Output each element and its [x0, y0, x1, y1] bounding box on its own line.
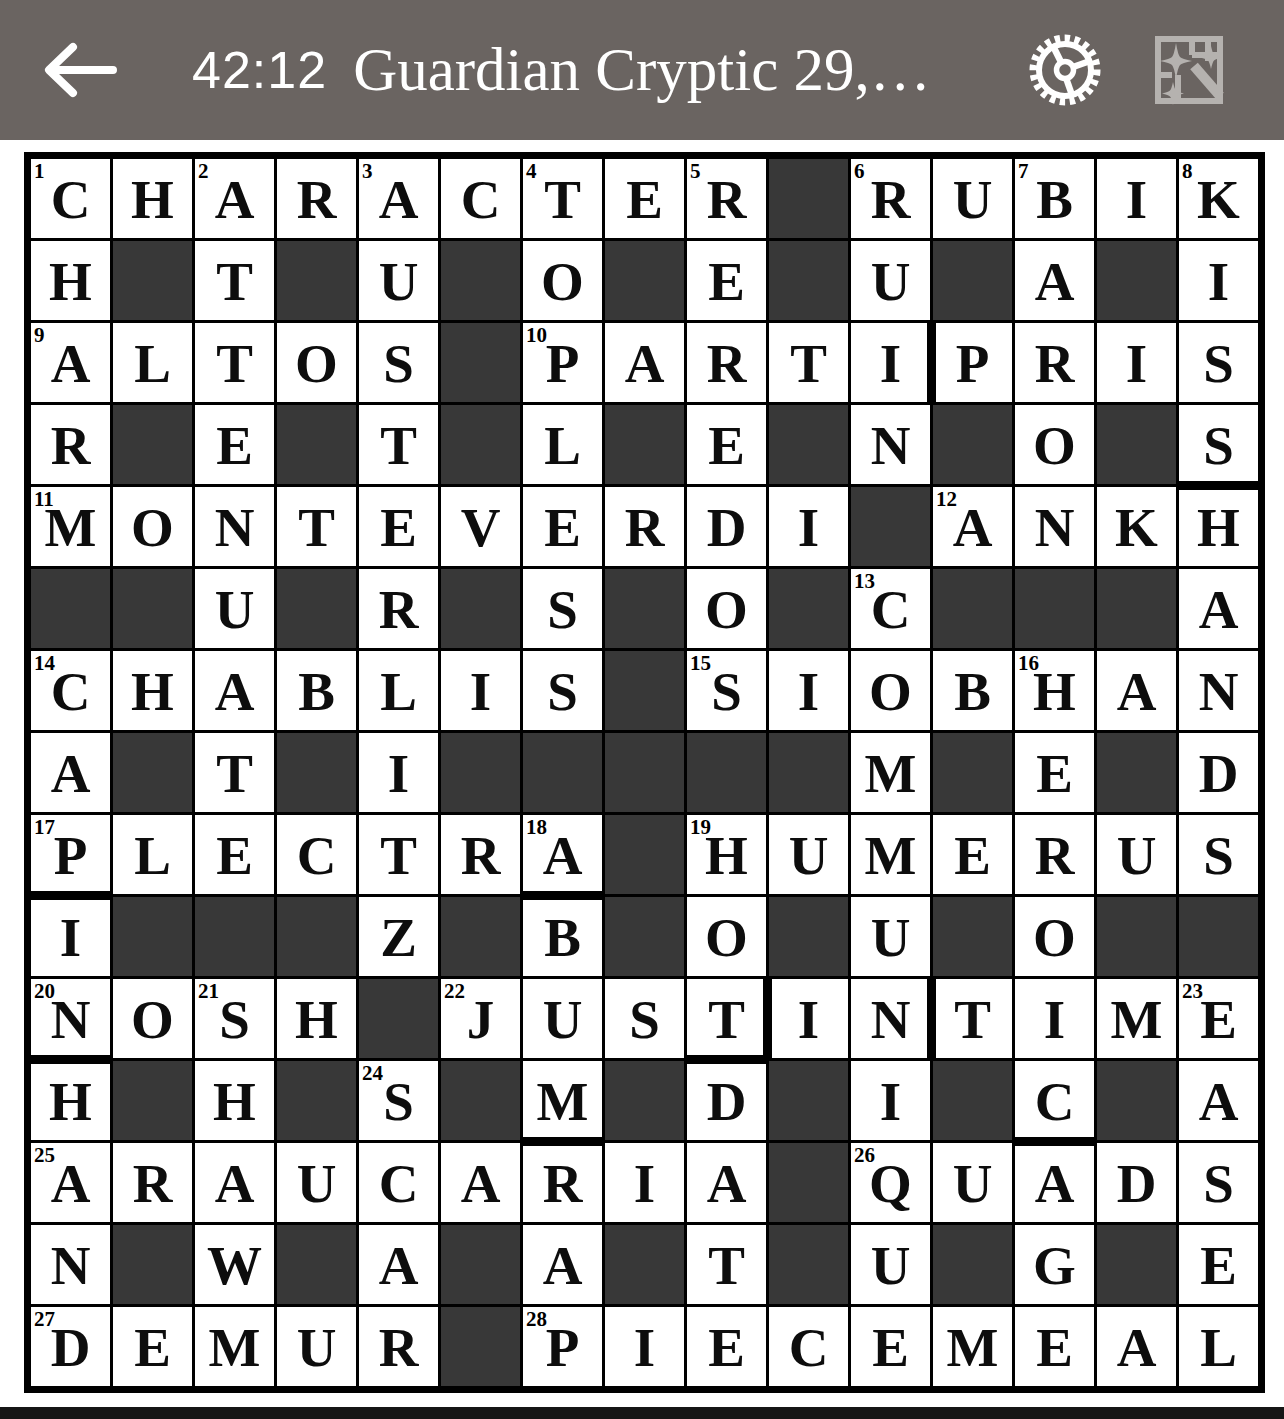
cell-r3c11[interactable]: I	[851, 323, 930, 402]
cell-r4c3[interactable]: E	[195, 405, 274, 484]
cell-r10c1[interactable]: I	[31, 897, 110, 976]
cell-r14c15[interactable]: E	[1179, 1225, 1258, 1304]
cell-r13c8[interactable]: I	[605, 1143, 684, 1222]
cell-letter: M	[865, 746, 917, 801]
cell-r13c7[interactable]: R	[523, 1143, 602, 1222]
cell-letter: A	[1035, 254, 1075, 309]
cell-letter: E	[544, 500, 581, 555]
back-arrow-icon	[41, 40, 119, 100]
cell-r7c10[interactable]: I	[769, 651, 848, 730]
block-r12c4	[277, 1061, 356, 1140]
back-button[interactable]	[40, 38, 120, 102]
cell-letter: O	[295, 336, 338, 391]
block-r8c10	[769, 733, 848, 812]
cell-r7c7[interactable]: S	[523, 651, 602, 730]
cell-r14c7[interactable]: A	[523, 1225, 602, 1304]
cell-letter: I	[798, 992, 819, 1047]
cell-r9c9[interactable]: 19H	[687, 815, 766, 894]
cell-r3c1[interactable]: 9A	[31, 323, 110, 402]
block-r15c6	[441, 1307, 520, 1386]
cell-r14c1[interactable]: N	[31, 1225, 110, 1304]
cell-r9c3[interactable]: E	[195, 815, 274, 894]
cell-r11c7[interactable]: U	[523, 979, 602, 1058]
block-r8c6	[441, 733, 520, 812]
clue-number: 7	[1018, 161, 1029, 182]
cell-letter: A	[1117, 664, 1157, 719]
block-r10c12	[933, 897, 1012, 976]
cell-r3c14[interactable]: I	[1097, 323, 1176, 402]
cell-r12c15[interactable]: A	[1179, 1061, 1258, 1140]
clue-number: 20	[34, 981, 55, 1002]
cell-r12c3[interactable]: H	[195, 1061, 274, 1140]
cell-letter: M	[947, 1320, 999, 1375]
cell-r5c6[interactable]: V	[441, 487, 520, 566]
cell-r6c7[interactable]: S	[523, 569, 602, 648]
cell-r12c7[interactable]: M	[523, 1061, 602, 1140]
cell-r4c9[interactable]: E	[687, 405, 766, 484]
cell-r14c5[interactable]: A	[359, 1225, 438, 1304]
cell-letter: R	[707, 172, 747, 227]
cell-r7c3[interactable]: A	[195, 651, 274, 730]
cell-letter: I	[1126, 172, 1147, 227]
cell-r15c5[interactable]: R	[359, 1307, 438, 1386]
block-r14c12	[933, 1225, 1012, 1304]
cell-r7c11[interactable]: O	[851, 651, 930, 730]
cell-letter: P	[546, 336, 580, 391]
cell-r3c2[interactable]: L	[113, 323, 192, 402]
cell-r13c12[interactable]: U	[933, 1143, 1012, 1222]
cell-r3c7[interactable]: 10P	[523, 323, 602, 402]
cell-r15c13[interactable]: E	[1015, 1307, 1094, 1386]
clue-number: 6	[854, 161, 865, 182]
cell-r13c1[interactable]: 25A	[31, 1143, 110, 1222]
clue-number: 27	[34, 1309, 55, 1330]
cell-r1c11[interactable]: 6R	[851, 159, 930, 238]
cell-r5c9[interactable]: D	[687, 487, 766, 566]
cell-r1c9[interactable]: 5R	[687, 159, 766, 238]
cell-r9c14[interactable]: U	[1097, 815, 1176, 894]
block-r14c4	[277, 1225, 356, 1304]
block-r2c2	[113, 241, 192, 320]
cell-r12c13[interactable]: C	[1015, 1061, 1094, 1140]
cell-r1c6[interactable]: C	[441, 159, 520, 238]
block-r6c6	[441, 569, 520, 648]
cell-r11c10[interactable]: I	[769, 979, 848, 1058]
magic-fill-grid-icon	[1152, 33, 1226, 107]
cell-r1c14[interactable]: I	[1097, 159, 1176, 238]
cell-letter: S	[547, 664, 578, 719]
cell-letter: I	[880, 1074, 901, 1129]
cell-r1c15[interactable]: 8K	[1179, 159, 1258, 238]
cell-r3c13[interactable]: R	[1015, 323, 1094, 402]
cell-r5c3[interactable]: N	[195, 487, 274, 566]
cell-letter: A	[51, 1156, 91, 1211]
cell-r15c8[interactable]: I	[605, 1307, 684, 1386]
cell-letter: O	[1033, 910, 1076, 965]
cell-letter: C	[461, 172, 501, 227]
cell-letter: I	[388, 746, 409, 801]
cell-letter: D	[1199, 746, 1239, 801]
cell-r14c13[interactable]: G	[1015, 1225, 1094, 1304]
cell-r13c4[interactable]: U	[277, 1143, 356, 1222]
cell-r12c11[interactable]: I	[851, 1061, 930, 1140]
cell-r4c13[interactable]: O	[1015, 405, 1094, 484]
cell-letter: A	[1035, 1156, 1075, 1211]
cell-r11c14[interactable]: M	[1097, 979, 1176, 1058]
cell-r7c1[interactable]: 14C	[31, 651, 110, 730]
cell-r10c7[interactable]: B	[523, 897, 602, 976]
clue-number: 10	[526, 325, 547, 346]
cell-r9c2[interactable]: L	[113, 815, 192, 894]
cell-letter: B	[298, 664, 335, 719]
cell-r14c3[interactable]: W	[195, 1225, 274, 1304]
block-r6c14	[1097, 569, 1176, 648]
cell-letter: A	[1199, 582, 1239, 637]
cell-r13c14[interactable]: D	[1097, 1143, 1176, 1222]
cell-letter: I	[470, 664, 491, 719]
cell-r6c11[interactable]: 13C	[851, 569, 930, 648]
cell-r2c1[interactable]: H	[31, 241, 110, 320]
cell-r15c10[interactable]: C	[769, 1307, 848, 1386]
cell-r3c12[interactable]: P	[933, 323, 1012, 402]
cell-r13c9[interactable]: A	[687, 1143, 766, 1222]
clue-number: 12	[936, 489, 957, 510]
cell-r3c4[interactable]: O	[277, 323, 356, 402]
block-r8c12	[933, 733, 1012, 812]
block-r8c2	[113, 733, 192, 812]
cell-r5c4[interactable]: T	[277, 487, 356, 566]
cell-letter: C	[51, 664, 91, 719]
cell-r14c11[interactable]: U	[851, 1225, 930, 1304]
cell-letter: N	[1035, 500, 1075, 555]
cell-letter: L	[134, 828, 171, 883]
cell-r9c11[interactable]: M	[851, 815, 930, 894]
app-header: 42:12 Guardian Cryptic 29,…	[0, 0, 1284, 140]
cell-r11c12[interactable]: T	[933, 979, 1012, 1058]
cell-r6c9[interactable]: O	[687, 569, 766, 648]
cell-letter: N	[871, 992, 911, 1047]
cell-r13c11[interactable]: 26Q	[851, 1143, 930, 1222]
cell-r9c12[interactable]: E	[933, 815, 1012, 894]
block-r4c10	[769, 405, 848, 484]
cell-letter: C	[871, 582, 911, 637]
cell-r4c1[interactable]: R	[31, 405, 110, 484]
clue-number: 3	[362, 161, 373, 182]
cell-r4c5[interactable]: T	[359, 405, 438, 484]
cell-letter: M	[209, 1320, 261, 1375]
cell-r2c5[interactable]: U	[359, 241, 438, 320]
cell-r11c4[interactable]: H	[277, 979, 356, 1058]
cell-r7c5[interactable]: L	[359, 651, 438, 730]
cell-r15c4[interactable]: U	[277, 1307, 356, 1386]
cell-letter: E	[708, 418, 745, 473]
cell-r2c11[interactable]: U	[851, 241, 930, 320]
magic-fill-button[interactable]	[1150, 31, 1228, 109]
cell-letter: I	[798, 500, 819, 555]
cell-letter: I	[1208, 254, 1229, 309]
cell-r4c15[interactable]: S	[1179, 405, 1258, 484]
block-r8c14	[1097, 733, 1176, 812]
cell-letter: U	[297, 1156, 337, 1211]
cell-r4c7[interactable]: L	[523, 405, 602, 484]
cell-r8c5[interactable]: I	[359, 733, 438, 812]
cell-r3c5[interactable]: S	[359, 323, 438, 402]
cell-r9c10[interactable]: U	[769, 815, 848, 894]
cell-r6c15[interactable]: A	[1179, 569, 1258, 648]
clue-number: 4	[526, 161, 537, 182]
cell-letter: A	[707, 1156, 747, 1211]
cell-r13c15[interactable]: S	[1179, 1143, 1258, 1222]
cell-letter: R	[543, 1156, 583, 1211]
cell-r14c9[interactable]: T	[687, 1225, 766, 1304]
cell-letter: T	[216, 746, 253, 801]
cell-letter: T	[790, 336, 827, 391]
cell-r11c11[interactable]: N	[851, 979, 930, 1058]
cell-r10c13[interactable]: O	[1015, 897, 1094, 976]
cell-letter: U	[297, 1320, 337, 1375]
cell-r15c3[interactable]: M	[195, 1307, 274, 1386]
cell-r1c12[interactable]: U	[933, 159, 1012, 238]
cell-r8c1[interactable]: A	[31, 733, 110, 812]
cell-letter: T	[544, 172, 581, 227]
cell-r15c9[interactable]: E	[687, 1307, 766, 1386]
cell-r13c3[interactable]: A	[195, 1143, 274, 1222]
block-r14c10	[769, 1225, 848, 1304]
cell-letter: D	[707, 500, 747, 555]
cell-letter: R	[51, 418, 91, 473]
cell-r13c6[interactable]: A	[441, 1143, 520, 1222]
cell-letter: R	[297, 172, 337, 227]
cell-r7c13[interactable]: 16H	[1015, 651, 1094, 730]
cell-letter: D	[51, 1320, 91, 1375]
cell-r12c9[interactable]: D	[687, 1061, 766, 1140]
cell-r2c9[interactable]: E	[687, 241, 766, 320]
cell-letter: L	[544, 418, 581, 473]
cell-r5c1[interactable]: 11M	[31, 487, 110, 566]
cell-r13c5[interactable]: C	[359, 1143, 438, 1222]
cell-letter: S	[1203, 1156, 1234, 1211]
cell-letter: M	[865, 828, 917, 883]
cell-r11c3[interactable]: 21S	[195, 979, 274, 1058]
cell-r2c3[interactable]: T	[195, 241, 274, 320]
cell-r5c10[interactable]: I	[769, 487, 848, 566]
block-r13c10	[769, 1143, 848, 1222]
cell-r15c7[interactable]: 28P	[523, 1307, 602, 1386]
cell-r1c5[interactable]: 3A	[359, 159, 438, 238]
block-r2c10	[769, 241, 848, 320]
cell-letter: L	[380, 664, 417, 719]
cell-r8c11[interactable]: M	[851, 733, 930, 812]
cell-r2c13[interactable]: A	[1015, 241, 1094, 320]
cell-r11c2[interactable]: O	[113, 979, 192, 1058]
cell-r7c2[interactable]: H	[113, 651, 192, 730]
cell-letter: U	[871, 254, 911, 309]
cell-r1c8[interactable]: E	[605, 159, 684, 238]
block-r4c8	[605, 405, 684, 484]
cell-r15c12[interactable]: M	[933, 1307, 1012, 1386]
cell-r6c5[interactable]: R	[359, 569, 438, 648]
block-r8c4	[277, 733, 356, 812]
block-r6c10	[769, 569, 848, 648]
cell-r1c4[interactable]: R	[277, 159, 356, 238]
cell-letter: O	[541, 254, 584, 309]
cell-r9c4[interactable]: C	[277, 815, 356, 894]
cell-r9c7[interactable]: 18A	[523, 815, 602, 894]
cell-letter: I	[634, 1156, 655, 1211]
cell-letter: T	[380, 418, 417, 473]
cell-r10c11[interactable]: U	[851, 897, 930, 976]
cell-letter: W	[207, 1238, 262, 1293]
cell-r1c3[interactable]: 2A	[195, 159, 274, 238]
cell-r1c13[interactable]: 7B	[1015, 159, 1094, 238]
cell-letter: I	[60, 910, 81, 965]
block-r10c8	[605, 897, 684, 976]
cell-letter: U	[543, 992, 583, 1047]
cell-letter: S	[629, 992, 660, 1047]
cell-letter: Q	[869, 1156, 912, 1211]
cell-r13c13[interactable]: A	[1015, 1143, 1094, 1222]
cell-r13c2[interactable]: R	[113, 1143, 192, 1222]
block-r6c12	[933, 569, 1012, 648]
cell-r3c3[interactable]: T	[195, 323, 274, 402]
cell-r5c8[interactable]: R	[605, 487, 684, 566]
cell-r9c15[interactable]: S	[1179, 815, 1258, 894]
cell-r6c3[interactable]: U	[195, 569, 274, 648]
cell-letter: A	[51, 336, 91, 391]
cell-letter: U	[871, 910, 911, 965]
cell-r5c15[interactable]: H	[1179, 487, 1258, 566]
cell-r12c5[interactable]: 24S	[359, 1061, 438, 1140]
cell-r5c2[interactable]: O	[113, 487, 192, 566]
cell-r2c15[interactable]: I	[1179, 241, 1258, 320]
block-r2c4	[277, 241, 356, 320]
cell-letter: A	[215, 1156, 255, 1211]
cell-letter: H	[131, 664, 174, 719]
cell-r7c4[interactable]: B	[277, 651, 356, 730]
clue-number: 1	[34, 161, 45, 182]
cell-letter: A	[51, 746, 91, 801]
cell-r5c7[interactable]: E	[523, 487, 602, 566]
cell-r7c9[interactable]: 15S	[687, 651, 766, 730]
cell-letter: U	[379, 254, 419, 309]
cell-r15c14[interactable]: A	[1097, 1307, 1176, 1386]
cell-r10c5[interactable]: Z	[359, 897, 438, 976]
cell-r3c10[interactable]: T	[769, 323, 848, 402]
cell-r5c14[interactable]: K	[1097, 487, 1176, 566]
cell-r3c9[interactable]: R	[687, 323, 766, 402]
cell-r9c5[interactable]: T	[359, 815, 438, 894]
cell-letter: D	[1117, 1156, 1157, 1211]
cell-letter: T	[298, 500, 335, 555]
cell-r10c9[interactable]: O	[687, 897, 766, 976]
cell-r7c12[interactable]: B	[933, 651, 1012, 730]
block-r12c6	[441, 1061, 520, 1140]
block-r6c8	[605, 569, 684, 648]
cell-letter: H	[131, 172, 174, 227]
block-r14c2	[113, 1225, 192, 1304]
cell-r5c13[interactable]: N	[1015, 487, 1094, 566]
block-r4c6	[441, 405, 520, 484]
cell-letter: A	[953, 500, 993, 555]
cell-r15c1[interactable]: 27D	[31, 1307, 110, 1386]
cell-letter: P	[546, 1320, 580, 1375]
clue-number: 24	[362, 1063, 383, 1084]
cell-r9c1[interactable]: 17P	[31, 815, 110, 894]
cell-r7c15[interactable]: N	[1179, 651, 1258, 730]
cell-letter: S	[1203, 828, 1234, 883]
cell-r11c9[interactable]: T	[687, 979, 766, 1058]
cell-r7c6[interactable]: I	[441, 651, 520, 730]
cell-r11c8[interactable]: S	[605, 979, 684, 1058]
cell-r8c15[interactable]: D	[1179, 733, 1258, 812]
page-title: Guardian Cryptic 29,…	[353, 35, 931, 105]
cell-r3c8[interactable]: A	[605, 323, 684, 402]
cell-letter: I	[1044, 992, 1065, 1047]
block-r6c1	[31, 569, 110, 648]
cell-r11c15[interactable]: 23E	[1179, 979, 1258, 1058]
cell-r11c13[interactable]: I	[1015, 979, 1094, 1058]
cell-r8c13[interactable]: E	[1015, 733, 1094, 812]
cell-r15c2[interactable]: E	[113, 1307, 192, 1386]
cell-letter: O	[705, 910, 748, 965]
cell-r7c14[interactable]: A	[1097, 651, 1176, 730]
cell-letter: S	[219, 992, 250, 1047]
cell-letter: U	[871, 1238, 911, 1293]
cell-letter: S	[547, 582, 578, 637]
cell-r15c11[interactable]: E	[851, 1307, 930, 1386]
cell-r9c6[interactable]: R	[441, 815, 520, 894]
puzzle-timer: 42:12	[192, 40, 327, 100]
cell-letter: R	[133, 1156, 173, 1211]
cell-letter: H	[1197, 500, 1240, 555]
cell-r2c7[interactable]: O	[523, 241, 602, 320]
cell-r4c11[interactable]: N	[851, 405, 930, 484]
block-r12c10	[769, 1061, 848, 1140]
cell-letter: R	[461, 828, 501, 883]
block-r3c6	[441, 323, 520, 402]
cell-r11c1[interactable]: 20N	[31, 979, 110, 1058]
cell-r1c7[interactable]: 4T	[523, 159, 602, 238]
block-r6c2	[113, 569, 192, 648]
cell-letter: I	[634, 1320, 655, 1375]
settings-button[interactable]	[1026, 31, 1104, 109]
cell-letter: E	[216, 828, 253, 883]
block-r8c8	[605, 733, 684, 812]
clue-number: 16	[1018, 653, 1039, 674]
cell-letter: S	[711, 664, 742, 719]
cell-letter: T	[216, 336, 253, 391]
cell-letter: U	[215, 582, 255, 637]
cell-r5c12[interactable]: 12A	[933, 487, 1012, 566]
cell-r9c13[interactable]: R	[1015, 815, 1094, 894]
cell-r15c15[interactable]: L	[1179, 1307, 1258, 1386]
cell-r5c5[interactable]: E	[359, 487, 438, 566]
cell-letter: R	[707, 336, 747, 391]
cell-r12c1[interactable]: H	[31, 1061, 110, 1140]
clue-number: 9	[34, 325, 45, 346]
cell-r3c15[interactable]: S	[1179, 323, 1258, 402]
block-r6c13	[1015, 569, 1094, 648]
cell-r1c2[interactable]: H	[113, 159, 192, 238]
cell-letter: R	[379, 1320, 419, 1375]
cell-letter: P	[956, 336, 990, 391]
cell-letter: A	[543, 828, 583, 883]
cell-letter: B	[1036, 172, 1073, 227]
cell-r8c3[interactable]: T	[195, 733, 274, 812]
cell-r11c6[interactable]: 22J	[441, 979, 520, 1058]
cell-r1c1[interactable]: 1C	[31, 159, 110, 238]
cell-letter: A	[379, 1238, 419, 1293]
